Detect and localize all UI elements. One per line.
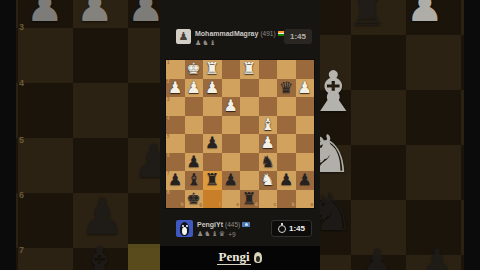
square-f3[interactable] [203,97,222,116]
piece-black-queen[interactable]: ♛ [279,80,293,96]
chess-board[interactable]: 1♚♜♜2♟♟♟♛♟3♟4♝5♟♟6♟♞7♟♝♜♟♞♟♟8hg♚fed♜cba [166,60,314,208]
square-a4[interactable] [296,116,315,135]
bg-piece: ♟ [127,0,160,28]
avatar-top[interactable]: ♟ [176,29,191,44]
file-label-h: h [181,203,184,208]
rank-label-8: 8 [167,191,170,196]
square-f1[interactable]: ♜ [203,60,222,79]
bg-piece: ♞ [320,128,353,180]
square-g5[interactable] [185,134,204,153]
square-d1[interactable]: ♜ [240,60,259,79]
video-frame: ♟♟♟♟♟♝34567 ♜♟♝♞♞♟♟ ♟ MohammadMagray (49… [0,0,480,270]
bg-piece: ♝ [320,64,358,120]
captured-piece-icon: ♛ [219,231,225,238]
bg-piece: ♟ [362,244,392,270]
square-g6[interactable]: ♟ [185,153,204,172]
piece-black-bishop[interactable]: ♝ [187,172,201,188]
captured-pieces-bottom: ♟♞♝♛+9 [197,230,271,238]
user-icon: ♟ [179,31,189,42]
square-g4[interactable] [185,116,204,135]
square-d6[interactable] [240,153,259,172]
square-b7[interactable]: ♟ [277,171,296,190]
rank-label-2: 2 [167,80,170,85]
square-e2[interactable] [222,79,241,98]
file-label-e: e [236,203,239,208]
player-info-bottom: PengiYt (445) ♟♞♝♛+9 [197,220,271,238]
square-g8[interactable]: g♚ [185,190,204,209]
square-d5[interactable] [240,134,259,153]
square-c5[interactable]: ♟ [259,134,278,153]
square-b3[interactable] [277,97,296,116]
bg-piece: ♟ [76,0,114,28]
square-h4[interactable]: 4 [166,116,185,135]
bg-rank-digit: 5 [19,135,24,145]
piece-white-rook[interactable]: ♜ [242,61,256,77]
square-h2[interactable]: 2♟ [166,79,185,98]
square-e5[interactable] [222,134,241,153]
square-e7[interactable]: ♟ [222,171,241,190]
player-name-top[interactable]: MohammadMagray [195,30,258,37]
square-f8[interactable]: f [203,190,222,209]
square-a1[interactable] [296,60,315,79]
square-c6[interactable]: ♞ [259,153,278,172]
square-d4[interactable] [240,116,259,135]
bg-rank-digit: 6 [19,190,24,200]
square-c2[interactable] [259,79,278,98]
square-e6[interactable] [222,153,241,172]
piece-white-knight[interactable]: ♞ [261,172,275,188]
background-left-edge [0,0,16,270]
flag-icon [242,222,250,227]
piece-white-pawn[interactable]: ♟ [187,80,201,96]
bg-piece: ♟ [422,244,452,270]
rank-label-1: 1 [167,61,170,66]
piece-black-pawn[interactable]: ♟ [279,172,293,188]
square-b6[interactable] [277,153,296,172]
square-h6[interactable]: 6 [166,153,185,172]
square-d7[interactable] [240,171,259,190]
clock-bottom: 1:45 [271,220,312,237]
stopwatch-icon [278,225,286,233]
square-f6[interactable] [203,153,222,172]
piece-black-pawn[interactable]: ♟ [224,172,238,188]
piece-black-knight[interactable]: ♞ [261,154,275,170]
bg-rank-digit: 4 [19,78,24,88]
clock-top-time: 1:45 [290,32,306,41]
bg-piece: ♟ [406,0,444,28]
clock-top: 1:45 [284,29,312,44]
piece-white-pawn[interactable]: ♟ [298,80,312,96]
piece-white-king[interactable]: ♚ [187,61,201,77]
captured-piece-icon: ♟ [195,40,201,47]
bg-piece: ♟ [133,138,160,184]
square-b5[interactable] [277,134,296,153]
square-d8[interactable]: d♜ [240,190,259,209]
piece-black-pawn[interactable]: ♟ [298,172,312,188]
square-e4[interactable] [222,116,241,135]
piece-black-pawn[interactable]: ♟ [205,135,219,151]
watermark-text: Pengi [217,250,250,265]
square-c3[interactable] [259,97,278,116]
square-a8[interactable]: a [296,190,315,209]
square-h5[interactable]: 5 [166,134,185,153]
player-info-top: MohammadMagray (491) ♟♞♝ [195,29,284,47]
material-advantage: +9 [228,231,235,238]
chess-app-screen: ♟ MohammadMagray (491) ♟♞♝ 1:45 1♚♜♜2♟♟♟… [160,0,320,270]
square-a7[interactable]: ♟ [296,171,315,190]
piece-white-bishop[interactable]: ♝ [261,117,275,133]
piece-white-pawn[interactable]: ♟ [168,80,182,96]
square-h1[interactable]: 1 [166,60,185,79]
bg-rank-digit: 7 [19,245,24,255]
square-a3[interactable] [296,97,315,116]
piece-white-pawn[interactable]: ♟ [224,98,238,114]
file-label-a: a [310,203,313,208]
piece-white-rook[interactable]: ♜ [205,61,219,77]
bg-piece: ♞ [320,186,355,238]
square-f7[interactable]: ♜ [203,171,222,190]
file-label-g: g [199,203,202,208]
square-h3[interactable]: 3 [166,97,185,116]
square-b2[interactable]: ♛ [277,79,296,98]
square-h7[interactable]: 7♟ [166,171,185,190]
player-row-top: ♟ MohammadMagray (491) ♟♞♝ 1:45 [176,29,312,51]
player-name-bottom[interactable]: PengiYt [197,221,223,228]
square-a5[interactable] [296,134,315,153]
square-a2[interactable]: ♟ [296,79,315,98]
rank-label-4: 4 [167,117,170,122]
file-label-c: c [273,203,276,208]
bg-piece: ♜ [348,0,387,32]
square-h8[interactable]: 8h [166,190,185,209]
avatar-bottom[interactable] [176,220,193,237]
clock-bottom-time: 1:45 [289,224,305,233]
square-c8[interactable]: c [259,190,278,209]
square-b8[interactable]: b [277,190,296,209]
captured-piece-icon: ♟ [197,231,203,238]
bg-rank-digit: 3 [19,22,24,32]
rank-label-7: 7 [167,172,170,177]
square-g1[interactable]: ♚ [185,60,204,79]
square-c1[interactable] [259,60,278,79]
captured-piece-icon: ♝ [210,40,216,47]
rank-label-3: 3 [167,98,170,103]
square-e3[interactable]: ♟ [222,97,241,116]
bg-piece: ♟ [26,0,64,28]
square-g7[interactable]: ♝ [185,171,204,190]
piece-white-pawn[interactable]: ♟ [205,80,219,96]
square-c4[interactable]: ♝ [259,116,278,135]
square-c7[interactable]: ♞ [259,171,278,190]
square-b4[interactable] [277,116,296,135]
captured-piece-icon: ♞ [204,231,210,238]
square-g3[interactable] [185,97,204,116]
piece-black-pawn[interactable]: ♟ [187,154,201,170]
background-left-panel: ♟♟♟♟♟♝34567 [0,0,160,270]
square-g2[interactable]: ♟ [185,79,204,98]
piece-black-pawn[interactable]: ♟ [168,172,182,188]
penguin-icon [253,252,263,263]
file-label-f: f [219,203,221,208]
piece-black-rook[interactable]: ♜ [205,172,219,188]
player-rating-bottom: (445) [225,221,240,228]
captured-pieces-top: ♟♞♝ [195,39,284,47]
watermark: Pengi [160,250,320,265]
rank-label-5: 5 [167,135,170,140]
captured-piece-icon: ♝ [212,231,218,238]
player-row-bottom: PengiYt (445) ♟♞♝♛+9 1:45 [176,220,312,242]
rank-label-6: 6 [167,154,170,159]
captured-piece-icon: ♞ [202,40,208,47]
bg-piece: ♝ [78,240,121,270]
square-e1[interactable] [222,60,241,79]
file-label-d: d [255,203,258,208]
square-e8[interactable]: e [222,190,241,209]
square-b1[interactable] [277,60,296,79]
player-rating-top: (491) [260,30,275,37]
bg-piece: ♟ [80,192,125,242]
piece-white-pawn[interactable]: ♟ [261,135,275,151]
bg-highlight-square [128,244,160,270]
square-d2[interactable] [240,79,259,98]
square-a6[interactable] [296,153,315,172]
square-f2[interactable]: ♟ [203,79,222,98]
square-d3[interactable] [240,97,259,116]
square-f4[interactable] [203,116,222,135]
background-right-panel: ♜♟♝♞♞♟♟ [320,0,480,270]
square-f5[interactable]: ♟ [203,134,222,153]
file-label-b: b [292,203,295,208]
background-right-edge [464,0,480,270]
